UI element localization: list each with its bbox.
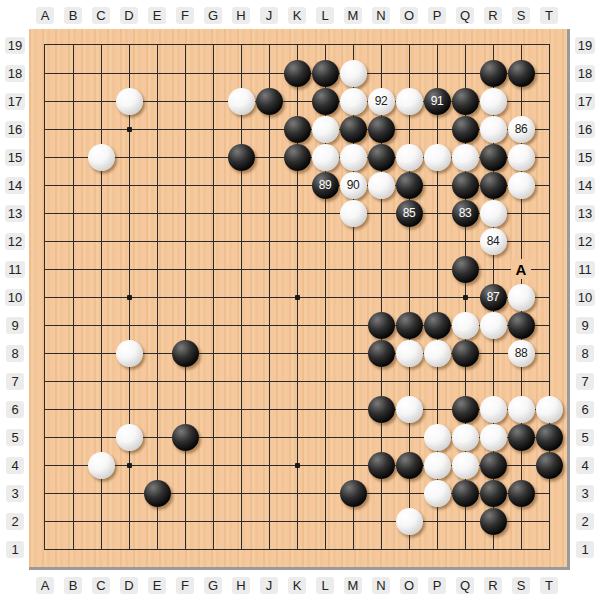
board-point[interactable] xyxy=(283,451,311,479)
board-point[interactable] xyxy=(283,507,311,535)
board-point[interactable] xyxy=(59,311,87,339)
board-point[interactable] xyxy=(283,395,311,423)
board-point[interactable] xyxy=(367,311,395,339)
board-point[interactable] xyxy=(479,535,507,563)
board-point[interactable] xyxy=(367,199,395,227)
board-point[interactable] xyxy=(535,227,563,255)
board-point[interactable] xyxy=(367,171,395,199)
board-point[interactable] xyxy=(115,367,143,395)
board-point[interactable] xyxy=(311,311,339,339)
board-point[interactable] xyxy=(87,199,115,227)
board-point[interactable] xyxy=(255,143,283,171)
board-point[interactable] xyxy=(535,507,563,535)
board-point[interactable] xyxy=(255,283,283,311)
board-point[interactable] xyxy=(171,395,199,423)
board-point[interactable] xyxy=(395,115,423,143)
board-point[interactable] xyxy=(283,171,311,199)
board-point[interactable] xyxy=(479,87,507,115)
board-point[interactable] xyxy=(423,367,451,395)
board-point[interactable] xyxy=(395,31,423,59)
board-point[interactable] xyxy=(367,339,395,367)
board-point[interactable] xyxy=(507,31,535,59)
board-point[interactable] xyxy=(283,227,311,255)
board-point[interactable] xyxy=(31,507,59,535)
board-point[interactable] xyxy=(367,59,395,87)
board-point[interactable] xyxy=(283,115,311,143)
board-point[interactable] xyxy=(395,227,423,255)
board-point[interactable] xyxy=(395,143,423,171)
board-point[interactable] xyxy=(115,255,143,283)
board-point[interactable] xyxy=(31,115,59,143)
board-point[interactable] xyxy=(311,31,339,59)
board-point[interactable] xyxy=(423,507,451,535)
board-point[interactable] xyxy=(479,59,507,87)
board-point[interactable] xyxy=(451,507,479,535)
board-point[interactable] xyxy=(311,87,339,115)
board-point[interactable] xyxy=(31,143,59,171)
board-point[interactable] xyxy=(535,311,563,339)
board-point[interactable] xyxy=(367,479,395,507)
board-point[interactable] xyxy=(31,31,59,59)
board-point[interactable] xyxy=(507,59,535,87)
board-point[interactable] xyxy=(535,59,563,87)
board-point[interactable] xyxy=(367,115,395,143)
board-point[interactable] xyxy=(59,87,87,115)
board-point[interactable] xyxy=(255,367,283,395)
board-point[interactable] xyxy=(311,479,339,507)
board-point[interactable] xyxy=(535,87,563,115)
board-point[interactable] xyxy=(59,423,87,451)
board-point[interactable] xyxy=(451,255,479,283)
board-point[interactable] xyxy=(115,423,143,451)
board-point[interactable]: A xyxy=(507,255,535,283)
board-point[interactable] xyxy=(423,479,451,507)
board-point[interactable] xyxy=(255,339,283,367)
board-point[interactable] xyxy=(311,367,339,395)
board-point[interactable] xyxy=(283,31,311,59)
board-point[interactable] xyxy=(199,451,227,479)
board-point[interactable] xyxy=(395,535,423,563)
board-point[interactable] xyxy=(311,255,339,283)
board-point[interactable] xyxy=(395,311,423,339)
board-point[interactable] xyxy=(59,171,87,199)
board-point[interactable] xyxy=(199,87,227,115)
board-point[interactable] xyxy=(423,451,451,479)
board-point[interactable] xyxy=(59,395,87,423)
board-point[interactable] xyxy=(395,451,423,479)
board-point[interactable] xyxy=(199,31,227,59)
board-point[interactable] xyxy=(451,171,479,199)
board-point[interactable] xyxy=(367,143,395,171)
board-point[interactable] xyxy=(507,507,535,535)
board-point[interactable] xyxy=(339,87,367,115)
board-point[interactable] xyxy=(423,115,451,143)
board-point[interactable] xyxy=(31,535,59,563)
board-point[interactable] xyxy=(507,423,535,451)
board-point[interactable] xyxy=(311,115,339,143)
board-point[interactable] xyxy=(479,367,507,395)
board-point[interactable] xyxy=(87,423,115,451)
board-point[interactable] xyxy=(451,59,479,87)
board-point[interactable] xyxy=(199,227,227,255)
board-point[interactable] xyxy=(171,115,199,143)
board-point[interactable] xyxy=(227,535,255,563)
board-point[interactable] xyxy=(423,143,451,171)
board-point[interactable] xyxy=(451,143,479,171)
board-point[interactable] xyxy=(227,199,255,227)
board-point[interactable] xyxy=(227,395,255,423)
board-point[interactable] xyxy=(395,339,423,367)
board-point[interactable] xyxy=(255,423,283,451)
board-point[interactable] xyxy=(199,283,227,311)
board-point[interactable] xyxy=(535,395,563,423)
board-point[interactable] xyxy=(479,115,507,143)
board-point[interactable] xyxy=(255,311,283,339)
board-point[interactable] xyxy=(115,507,143,535)
board-point[interactable] xyxy=(535,423,563,451)
board-point[interactable] xyxy=(255,171,283,199)
board-point[interactable] xyxy=(311,143,339,171)
board-point[interactable] xyxy=(367,395,395,423)
board-point[interactable] xyxy=(367,227,395,255)
board-point[interactable] xyxy=(255,535,283,563)
board-point[interactable] xyxy=(115,143,143,171)
board-point[interactable] xyxy=(535,367,563,395)
board-point[interactable] xyxy=(339,451,367,479)
board-point[interactable]: 87 xyxy=(479,283,507,311)
board-point[interactable] xyxy=(339,115,367,143)
board-point[interactable] xyxy=(255,115,283,143)
board-point[interactable] xyxy=(283,59,311,87)
board-point[interactable] xyxy=(59,507,87,535)
board-point[interactable] xyxy=(339,423,367,451)
board-point[interactable] xyxy=(115,171,143,199)
board-point[interactable] xyxy=(227,227,255,255)
board-point[interactable] xyxy=(339,59,367,87)
board-point[interactable] xyxy=(227,115,255,143)
board-point[interactable] xyxy=(115,87,143,115)
board-point[interactable] xyxy=(311,507,339,535)
board-point[interactable] xyxy=(171,143,199,171)
board-point[interactable] xyxy=(59,367,87,395)
board-point[interactable] xyxy=(115,283,143,311)
board-point[interactable] xyxy=(339,143,367,171)
board-point[interactable] xyxy=(423,395,451,423)
board-point[interactable] xyxy=(535,479,563,507)
board-point[interactable] xyxy=(59,255,87,283)
board-point[interactable]: 91 xyxy=(423,87,451,115)
board-point[interactable] xyxy=(451,479,479,507)
board-point[interactable] xyxy=(143,59,171,87)
board-point[interactable] xyxy=(199,535,227,563)
board-point[interactable] xyxy=(479,31,507,59)
board-point[interactable] xyxy=(423,171,451,199)
board-point[interactable] xyxy=(479,255,507,283)
board-point[interactable] xyxy=(451,367,479,395)
board-point[interactable] xyxy=(59,535,87,563)
board-point[interactable] xyxy=(143,535,171,563)
board-point[interactable] xyxy=(31,87,59,115)
board-point[interactable] xyxy=(59,115,87,143)
board-point[interactable] xyxy=(339,199,367,227)
board-point[interactable] xyxy=(143,171,171,199)
board-point[interactable] xyxy=(31,255,59,283)
board-point[interactable] xyxy=(339,255,367,283)
board-point[interactable] xyxy=(59,227,87,255)
board-point[interactable] xyxy=(255,395,283,423)
board-point[interactable] xyxy=(255,507,283,535)
board-point[interactable] xyxy=(87,227,115,255)
board-point[interactable] xyxy=(59,199,87,227)
board-point[interactable] xyxy=(283,283,311,311)
board-point[interactable] xyxy=(311,59,339,87)
board-point[interactable] xyxy=(171,227,199,255)
board-point[interactable] xyxy=(171,339,199,367)
board-point[interactable] xyxy=(283,339,311,367)
board-point[interactable] xyxy=(87,255,115,283)
board-point[interactable] xyxy=(115,31,143,59)
board-point[interactable] xyxy=(395,479,423,507)
board-point[interactable] xyxy=(31,339,59,367)
board-point[interactable] xyxy=(507,171,535,199)
board-point[interactable] xyxy=(255,255,283,283)
board-point[interactable] xyxy=(283,311,311,339)
board-point[interactable] xyxy=(479,143,507,171)
board-point[interactable] xyxy=(479,423,507,451)
board-point[interactable] xyxy=(199,255,227,283)
board-point[interactable] xyxy=(199,59,227,87)
board-point[interactable] xyxy=(255,227,283,255)
board-point[interactable] xyxy=(227,367,255,395)
board-point[interactable] xyxy=(535,31,563,59)
board-point[interactable] xyxy=(255,479,283,507)
board-point[interactable] xyxy=(171,451,199,479)
board-point[interactable] xyxy=(311,283,339,311)
board-point[interactable] xyxy=(199,339,227,367)
board-point[interactable] xyxy=(171,283,199,311)
board-point[interactable] xyxy=(31,199,59,227)
board-point[interactable] xyxy=(507,451,535,479)
board-point[interactable] xyxy=(171,255,199,283)
board-point[interactable] xyxy=(451,227,479,255)
board-point[interactable] xyxy=(59,451,87,479)
board-point[interactable] xyxy=(227,31,255,59)
board-point[interactable] xyxy=(535,451,563,479)
board-point[interactable] xyxy=(535,339,563,367)
board-point[interactable] xyxy=(395,171,423,199)
board-point[interactable] xyxy=(283,479,311,507)
board-point[interactable] xyxy=(535,199,563,227)
board-point[interactable] xyxy=(227,507,255,535)
board-point[interactable] xyxy=(31,423,59,451)
board-point[interactable] xyxy=(479,479,507,507)
board-point[interactable] xyxy=(367,31,395,59)
board-point[interactable] xyxy=(479,199,507,227)
board-point[interactable] xyxy=(31,479,59,507)
board-point[interactable] xyxy=(423,311,451,339)
board-point[interactable] xyxy=(171,311,199,339)
board-point[interactable] xyxy=(59,479,87,507)
board-point[interactable] xyxy=(255,451,283,479)
board-point[interactable]: 86 xyxy=(507,115,535,143)
board-point[interactable] xyxy=(31,367,59,395)
board-point[interactable] xyxy=(199,199,227,227)
board-point[interactable] xyxy=(87,451,115,479)
board-point[interactable] xyxy=(87,339,115,367)
board-point[interactable] xyxy=(87,367,115,395)
board-point[interactable] xyxy=(395,59,423,87)
board-point[interactable] xyxy=(283,535,311,563)
board-point[interactable] xyxy=(87,59,115,87)
board-point[interactable] xyxy=(339,283,367,311)
board-point[interactable] xyxy=(423,535,451,563)
board-point[interactable] xyxy=(59,283,87,311)
board-point[interactable] xyxy=(31,451,59,479)
board-point[interactable] xyxy=(143,199,171,227)
board-point[interactable]: 84 xyxy=(479,227,507,255)
board-point[interactable] xyxy=(423,59,451,87)
board-point[interactable] xyxy=(507,199,535,227)
board-point[interactable] xyxy=(171,171,199,199)
board-point[interactable] xyxy=(395,507,423,535)
board-point[interactable] xyxy=(227,143,255,171)
board-point[interactable] xyxy=(171,31,199,59)
board-point[interactable] xyxy=(367,535,395,563)
board-point[interactable] xyxy=(395,255,423,283)
board-point[interactable] xyxy=(451,339,479,367)
board-point[interactable] xyxy=(199,395,227,423)
board-point[interactable] xyxy=(423,423,451,451)
board-point[interactable] xyxy=(339,31,367,59)
board-point[interactable] xyxy=(199,479,227,507)
board-point[interactable] xyxy=(143,255,171,283)
board-point[interactable] xyxy=(199,423,227,451)
board-point[interactable] xyxy=(227,283,255,311)
board-point[interactable] xyxy=(507,367,535,395)
board-point[interactable] xyxy=(311,227,339,255)
board-point[interactable] xyxy=(227,339,255,367)
board-point[interactable] xyxy=(143,507,171,535)
board-point[interactable] xyxy=(507,311,535,339)
board-point[interactable] xyxy=(143,31,171,59)
board-point[interactable] xyxy=(507,283,535,311)
board-point[interactable] xyxy=(199,311,227,339)
board-point[interactable] xyxy=(171,367,199,395)
board-point[interactable] xyxy=(507,227,535,255)
board-point[interactable] xyxy=(451,535,479,563)
board-point[interactable] xyxy=(283,143,311,171)
board-point[interactable] xyxy=(171,87,199,115)
board-point[interactable] xyxy=(227,171,255,199)
board-point[interactable] xyxy=(535,283,563,311)
board-point[interactable] xyxy=(255,199,283,227)
board-point[interactable] xyxy=(31,311,59,339)
board-point[interactable] xyxy=(87,283,115,311)
board-point[interactable] xyxy=(339,339,367,367)
board-point[interactable] xyxy=(535,143,563,171)
board-point[interactable]: 92 xyxy=(367,87,395,115)
board-point[interactable] xyxy=(311,451,339,479)
board-point[interactable] xyxy=(143,143,171,171)
board-point[interactable]: 88 xyxy=(507,339,535,367)
board-point[interactable] xyxy=(283,199,311,227)
board-point[interactable] xyxy=(115,115,143,143)
board-point[interactable] xyxy=(87,31,115,59)
board-point[interactable] xyxy=(87,535,115,563)
board-point[interactable] xyxy=(423,199,451,227)
board-point[interactable] xyxy=(535,171,563,199)
board-point[interactable] xyxy=(283,367,311,395)
board-point[interactable] xyxy=(87,171,115,199)
board-point[interactable] xyxy=(283,423,311,451)
board-point[interactable] xyxy=(31,59,59,87)
board-point[interactable] xyxy=(479,451,507,479)
board-point[interactable] xyxy=(395,367,423,395)
board-point[interactable] xyxy=(115,451,143,479)
board-point[interactable] xyxy=(115,311,143,339)
board-point[interactable] xyxy=(423,283,451,311)
board-point[interactable] xyxy=(339,311,367,339)
board-point[interactable]: 83 xyxy=(451,199,479,227)
board-point[interactable] xyxy=(87,115,115,143)
board-point[interactable] xyxy=(31,395,59,423)
board-point[interactable] xyxy=(339,227,367,255)
board-point[interactable] xyxy=(31,171,59,199)
board-point[interactable] xyxy=(199,171,227,199)
board-point[interactable]: 85 xyxy=(395,199,423,227)
board-point[interactable] xyxy=(479,311,507,339)
board-point[interactable] xyxy=(31,227,59,255)
board-point[interactable] xyxy=(479,507,507,535)
board-point[interactable] xyxy=(87,395,115,423)
board-point[interactable] xyxy=(535,535,563,563)
board-point[interactable] xyxy=(339,395,367,423)
board-point[interactable] xyxy=(339,535,367,563)
board-point[interactable] xyxy=(451,311,479,339)
board-point[interactable] xyxy=(143,311,171,339)
board-point[interactable] xyxy=(507,479,535,507)
board-point[interactable] xyxy=(423,31,451,59)
board-point[interactable] xyxy=(283,255,311,283)
board-point[interactable] xyxy=(143,367,171,395)
board-point[interactable] xyxy=(423,339,451,367)
board-point[interactable] xyxy=(451,31,479,59)
board-point[interactable] xyxy=(507,395,535,423)
board-point[interactable] xyxy=(143,87,171,115)
board-point[interactable] xyxy=(143,283,171,311)
board-point[interactable] xyxy=(87,311,115,339)
board-point[interactable] xyxy=(143,451,171,479)
board-point[interactable] xyxy=(451,87,479,115)
board-point[interactable] xyxy=(255,31,283,59)
board-point[interactable] xyxy=(143,339,171,367)
board-point[interactable] xyxy=(311,535,339,563)
board-point[interactable] xyxy=(115,535,143,563)
board-point[interactable] xyxy=(171,535,199,563)
board-point[interactable] xyxy=(311,199,339,227)
board-point[interactable] xyxy=(311,423,339,451)
board-point[interactable] xyxy=(227,311,255,339)
board-point[interactable] xyxy=(535,255,563,283)
board-point[interactable] xyxy=(395,283,423,311)
board-point[interactable] xyxy=(367,423,395,451)
board-point[interactable] xyxy=(115,227,143,255)
board-point[interactable] xyxy=(143,115,171,143)
board-point[interactable] xyxy=(395,395,423,423)
board-point[interactable] xyxy=(227,255,255,283)
board-point[interactable] xyxy=(367,283,395,311)
board-point[interactable] xyxy=(31,283,59,311)
